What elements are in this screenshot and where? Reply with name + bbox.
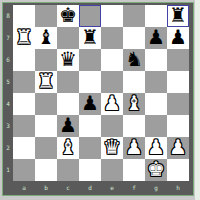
- square-d2[interactable]: [79, 137, 101, 159]
- square-b1[interactable]: [35, 159, 57, 181]
- piece-white-pawn[interactable]: ♟: [167, 137, 189, 159]
- rank-label-4: 4: [3, 93, 13, 115]
- chess-gui-window: 87654321 ♚♜♜♝♜♟♟♛♞♜♟♟♝♟♝♛♟♟♟♚ abcdefgh: [0, 0, 200, 200]
- square-f4[interactable]: ♝: [123, 93, 145, 115]
- square-h3[interactable]: [167, 115, 189, 137]
- piece-white-bishop[interactable]: ♝: [123, 93, 145, 115]
- square-c1[interactable]: [57, 159, 79, 181]
- square-g2[interactable]: ♟: [145, 137, 167, 159]
- square-e4[interactable]: ♟: [101, 93, 123, 115]
- square-h7[interactable]: ♟: [167, 27, 189, 49]
- square-c5[interactable]: [57, 71, 79, 93]
- piece-black-pawn[interactable]: ♟: [145, 27, 167, 49]
- square-h4[interactable]: [167, 93, 189, 115]
- square-h1[interactable]: [167, 159, 189, 181]
- file-label-f: f: [123, 182, 145, 194]
- piece-white-rook[interactable]: ♜: [13, 27, 35, 49]
- piece-black-knight[interactable]: ♞: [123, 49, 145, 71]
- square-e2[interactable]: ♛: [101, 137, 123, 159]
- piece-white-bishop[interactable]: ♝: [57, 137, 79, 159]
- piece-black-rook[interactable]: ♜: [167, 5, 189, 27]
- piece-black-king[interactable]: ♚: [57, 5, 79, 27]
- rank-labels: 87654321: [3, 5, 13, 181]
- square-h2[interactable]: ♟: [167, 137, 189, 159]
- square-g1[interactable]: ♚: [145, 159, 167, 181]
- rank-label-5: 5: [3, 71, 13, 93]
- square-a5[interactable]: [13, 71, 35, 93]
- file-labels: abcdefgh: [13, 182, 189, 194]
- square-f5[interactable]: [123, 71, 145, 93]
- square-f8[interactable]: [123, 5, 145, 27]
- square-h6[interactable]: [167, 49, 189, 71]
- square-a3[interactable]: [13, 115, 35, 137]
- square-c8[interactable]: ♚: [57, 5, 79, 27]
- square-a7[interactable]: ♜: [13, 27, 35, 49]
- square-a6[interactable]: [13, 49, 35, 71]
- square-a2[interactable]: [13, 137, 35, 159]
- piece-white-king[interactable]: ♚: [145, 159, 167, 181]
- square-e5[interactable]: [101, 71, 123, 93]
- piece-black-bishop[interactable]: ♝: [35, 27, 57, 49]
- piece-black-queen[interactable]: ♛: [57, 49, 79, 71]
- square-e8[interactable]: [101, 5, 123, 27]
- file-label-b: b: [35, 182, 57, 194]
- square-d6[interactable]: [79, 49, 101, 71]
- piece-black-pawn[interactable]: ♟: [79, 93, 101, 115]
- piece-white-queen[interactable]: ♛: [101, 137, 123, 159]
- square-d4[interactable]: ♟: [79, 93, 101, 115]
- square-f3[interactable]: [123, 115, 145, 137]
- rank-label-3: 3: [3, 115, 13, 137]
- piece-white-pawn[interactable]: ♟: [145, 137, 167, 159]
- file-label-g: g: [145, 182, 167, 194]
- square-h8[interactable]: ♜: [167, 5, 189, 27]
- square-c2[interactable]: ♝: [57, 137, 79, 159]
- rank-label-7: 7: [3, 27, 13, 49]
- square-h5[interactable]: [167, 71, 189, 93]
- square-g5[interactable]: [145, 71, 167, 93]
- square-c6[interactable]: ♛: [57, 49, 79, 71]
- board: ♚♜♜♝♜♟♟♛♞♜♟♟♝♟♝♛♟♟♟♚: [13, 5, 189, 181]
- piece-black-rook[interactable]: ♜: [79, 27, 101, 49]
- square-g8[interactable]: [145, 5, 167, 27]
- file-label-e: e: [101, 182, 123, 194]
- rank-label-1: 1: [3, 159, 13, 181]
- square-g7[interactable]: ♟: [145, 27, 167, 49]
- piece-black-pawn[interactable]: ♟: [167, 27, 189, 49]
- square-d8[interactable]: [79, 5, 101, 27]
- piece-black-pawn[interactable]: ♟: [57, 115, 79, 137]
- square-e7[interactable]: [101, 27, 123, 49]
- square-f2[interactable]: ♟: [123, 137, 145, 159]
- frame-right-strip: [195, 0, 200, 200]
- square-b8[interactable]: [35, 5, 57, 27]
- square-b6[interactable]: [35, 49, 57, 71]
- square-d1[interactable]: [79, 159, 101, 181]
- file-label-a: a: [13, 182, 35, 194]
- rank-label-2: 2: [3, 137, 13, 159]
- rank-label-6: 6: [3, 49, 13, 71]
- piece-white-rook[interactable]: ♜: [35, 71, 57, 93]
- square-b3[interactable]: [35, 115, 57, 137]
- square-e1[interactable]: [101, 159, 123, 181]
- square-e3[interactable]: [101, 115, 123, 137]
- square-c7[interactable]: [57, 27, 79, 49]
- file-label-h: h: [167, 182, 189, 194]
- square-f1[interactable]: [123, 159, 145, 181]
- square-a8[interactable]: [13, 5, 35, 27]
- square-d5[interactable]: [79, 71, 101, 93]
- square-a1[interactable]: [13, 159, 35, 181]
- square-d3[interactable]: [79, 115, 101, 137]
- square-c4[interactable]: [57, 93, 79, 115]
- square-b4[interactable]: [35, 93, 57, 115]
- square-b2[interactable]: [35, 137, 57, 159]
- square-b5[interactable]: ♜: [35, 71, 57, 93]
- square-c3[interactable]: ♟: [57, 115, 79, 137]
- rank-label-8: 8: [3, 5, 13, 27]
- square-g4[interactable]: [145, 93, 167, 115]
- piece-white-pawn[interactable]: ♟: [123, 137, 145, 159]
- square-b7[interactable]: ♝: [35, 27, 57, 49]
- file-label-c: c: [57, 182, 79, 194]
- square-f7[interactable]: [123, 27, 145, 49]
- square-d7[interactable]: ♜: [79, 27, 101, 49]
- square-a4[interactable]: [13, 93, 35, 115]
- file-label-d: d: [79, 182, 101, 194]
- square-g6[interactable]: [145, 49, 167, 71]
- square-g3[interactable]: [145, 115, 167, 137]
- piece-white-pawn[interactable]: ♟: [101, 93, 123, 115]
- square-e6[interactable]: [101, 49, 123, 71]
- square-f6[interactable]: ♞: [123, 49, 145, 71]
